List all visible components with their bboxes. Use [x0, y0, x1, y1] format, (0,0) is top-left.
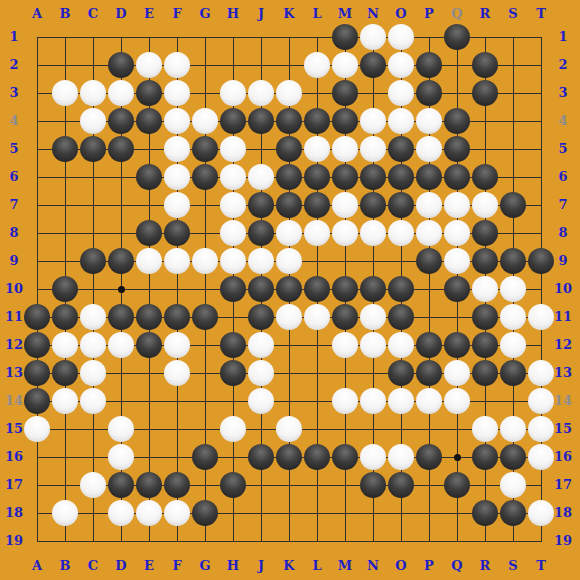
black-stone-L16[interactable] — [304, 444, 330, 470]
white-stone-D18[interactable] — [108, 500, 134, 526]
row-label-left-3: 3 — [3, 85, 25, 101]
black-stone-R8[interactable] — [472, 220, 498, 246]
black-stone-L7[interactable] — [304, 192, 330, 218]
black-stone-O13[interactable] — [388, 360, 414, 386]
row-label-left-5: 5 — [3, 141, 25, 157]
row-label-left-16: 16 — [3, 449, 25, 465]
white-stone-J9[interactable] — [248, 248, 274, 274]
white-stone-F2[interactable] — [164, 52, 190, 78]
white-stone-H6[interactable] — [220, 164, 246, 190]
row-label-right-12: 12 — [552, 337, 574, 353]
black-stone-P13[interactable] — [416, 360, 442, 386]
column-label-bottom-F: F — [166, 558, 188, 574]
black-stone-N6[interactable] — [360, 164, 386, 190]
white-stone-J13[interactable] — [248, 360, 274, 386]
row-label-right-1: 1 — [552, 29, 574, 45]
white-stone-F13[interactable] — [164, 360, 190, 386]
black-stone-J10[interactable] — [248, 276, 274, 302]
white-stone-K15[interactable] — [276, 416, 302, 442]
black-stone-G5[interactable] — [192, 136, 218, 162]
black-stone-Q5[interactable] — [444, 136, 470, 162]
row-label-right-4: 4 — [552, 113, 574, 129]
black-stone-O10[interactable] — [388, 276, 414, 302]
white-stone-T16[interactable] — [528, 444, 554, 470]
black-stone-K4[interactable] — [276, 108, 302, 134]
star-point-D10 — [118, 286, 125, 293]
black-stone-A11[interactable] — [24, 304, 50, 330]
row-label-right-6: 6 — [552, 169, 574, 185]
white-stone-D3[interactable] — [108, 80, 134, 106]
black-stone-D11[interactable] — [108, 304, 134, 330]
column-label-bottom-H: H — [222, 558, 244, 574]
row-label-left-7: 7 — [3, 197, 25, 213]
white-stone-B12[interactable] — [52, 332, 78, 358]
black-stone-R18[interactable] — [472, 500, 498, 526]
black-stone-G16[interactable] — [192, 444, 218, 470]
white-stone-R10[interactable] — [472, 276, 498, 302]
column-label-top-J: J — [250, 6, 272, 22]
black-stone-G18[interactable] — [192, 500, 218, 526]
black-stone-M10[interactable] — [332, 276, 358, 302]
column-label-top-A: A — [26, 6, 48, 22]
white-stone-C3[interactable] — [80, 80, 106, 106]
row-label-left-13: 13 — [3, 365, 25, 381]
white-stone-L8[interactable] — [304, 220, 330, 246]
black-stone-M4[interactable] — [332, 108, 358, 134]
row-label-left-11: 11 — [3, 309, 25, 325]
white-stone-N14[interactable] — [360, 388, 386, 414]
white-stone-B14[interactable] — [52, 388, 78, 414]
white-stone-F7[interactable] — [164, 192, 190, 218]
white-stone-L2[interactable] — [304, 52, 330, 78]
black-stone-J11[interactable] — [248, 304, 274, 330]
black-stone-D2[interactable] — [108, 52, 134, 78]
column-label-top-G: G — [194, 6, 216, 22]
black-stone-K5[interactable] — [276, 136, 302, 162]
black-stone-S18[interactable] — [500, 500, 526, 526]
row-label-left-19: 19 — [3, 533, 25, 549]
black-stone-Q4[interactable] — [444, 108, 470, 134]
black-stone-C9[interactable] — [80, 248, 106, 274]
white-stone-M8[interactable] — [332, 220, 358, 246]
black-stone-O5[interactable] — [388, 136, 414, 162]
black-stone-B13[interactable] — [52, 360, 78, 386]
black-stone-N17[interactable] — [360, 472, 386, 498]
black-stone-L4[interactable] — [304, 108, 330, 134]
black-stone-K7[interactable] — [276, 192, 302, 218]
column-label-top-K: K — [278, 6, 300, 22]
white-stone-L5[interactable] — [304, 136, 330, 162]
black-stone-E11[interactable] — [136, 304, 162, 330]
column-label-bottom-G: G — [194, 558, 216, 574]
black-stone-N10[interactable] — [360, 276, 386, 302]
column-label-top-F: F — [166, 6, 188, 22]
column-label-top-L: L — [306, 6, 328, 22]
black-stone-D17[interactable] — [108, 472, 134, 498]
white-stone-J14[interactable] — [248, 388, 274, 414]
column-label-bottom-A: A — [26, 558, 48, 574]
black-stone-E12[interactable] — [136, 332, 162, 358]
black-stone-E8[interactable] — [136, 220, 162, 246]
row-label-right-9: 9 — [552, 253, 574, 269]
black-stone-T9[interactable] — [528, 248, 554, 274]
row-label-left-2: 2 — [3, 57, 25, 73]
row-label-left-10: 10 — [3, 281, 25, 297]
column-label-top-C: C — [82, 6, 104, 22]
black-stone-E17[interactable] — [136, 472, 162, 498]
white-stone-E9[interactable] — [136, 248, 162, 274]
black-stone-A14[interactable] — [24, 388, 50, 414]
black-stone-R9[interactable] — [472, 248, 498, 274]
white-stone-M7[interactable] — [332, 192, 358, 218]
black-stone-K6[interactable] — [276, 164, 302, 190]
black-stone-N7[interactable] — [360, 192, 386, 218]
black-stone-K10[interactable] — [276, 276, 302, 302]
row-label-left-15: 15 — [3, 421, 25, 437]
column-label-bottom-Q: Q — [446, 558, 468, 574]
white-stone-O3[interactable] — [388, 80, 414, 106]
white-stone-K3[interactable] — [276, 80, 302, 106]
white-stone-L11[interactable] — [304, 304, 330, 330]
black-stone-N2[interactable] — [360, 52, 386, 78]
row-label-left-18: 18 — [3, 505, 25, 521]
column-label-bottom-L: L — [306, 558, 328, 574]
black-stone-M6[interactable] — [332, 164, 358, 190]
white-stone-Q13[interactable] — [444, 360, 470, 386]
column-label-bottom-K: K — [278, 558, 300, 574]
black-stone-R6[interactable] — [472, 164, 498, 190]
column-label-bottom-N: N — [362, 558, 384, 574]
white-stone-N4[interactable] — [360, 108, 386, 134]
white-stone-E2[interactable] — [136, 52, 162, 78]
white-stone-H15[interactable] — [220, 416, 246, 442]
black-stone-L6[interactable] — [304, 164, 330, 190]
black-stone-R12[interactable] — [472, 332, 498, 358]
black-stone-F11[interactable] — [164, 304, 190, 330]
row-label-left-4: 4 — [3, 113, 25, 129]
black-stone-Q17[interactable] — [444, 472, 470, 498]
white-stone-Q8[interactable] — [444, 220, 470, 246]
column-label-bottom-R: R — [474, 558, 496, 574]
column-label-top-Q: Q — [446, 6, 468, 22]
white-stone-S12[interactable] — [500, 332, 526, 358]
white-stone-G9[interactable] — [192, 248, 218, 274]
white-stone-B18[interactable] — [52, 500, 78, 526]
black-stone-S16[interactable] — [500, 444, 526, 470]
white-stone-F4[interactable] — [164, 108, 190, 134]
column-label-bottom-C: C — [82, 558, 104, 574]
white-stone-K9[interactable] — [276, 248, 302, 274]
black-stone-O11[interactable] — [388, 304, 414, 330]
white-stone-N11[interactable] — [360, 304, 386, 330]
white-stone-P14[interactable] — [416, 388, 442, 414]
black-stone-R13[interactable] — [472, 360, 498, 386]
column-label-bottom-B: B — [54, 558, 76, 574]
row-label-right-14: 14 — [552, 393, 574, 409]
white-stone-Q9[interactable] — [444, 248, 470, 274]
column-label-bottom-P: P — [418, 558, 440, 574]
white-stone-R15[interactable] — [472, 416, 498, 442]
row-label-right-16: 16 — [552, 449, 574, 465]
black-stone-P9[interactable] — [416, 248, 442, 274]
white-stone-O14[interactable] — [388, 388, 414, 414]
black-stone-S9[interactable] — [500, 248, 526, 274]
row-label-left-14: 14 — [3, 393, 25, 409]
white-stone-H9[interactable] — [220, 248, 246, 274]
white-stone-M5[interactable] — [332, 136, 358, 162]
column-label-top-M: M — [334, 6, 356, 22]
row-label-left-12: 12 — [3, 337, 25, 353]
column-label-bottom-S: S — [502, 558, 524, 574]
white-stone-C12[interactable] — [80, 332, 106, 358]
row-label-right-2: 2 — [552, 57, 574, 73]
row-label-right-8: 8 — [552, 225, 574, 241]
black-stone-O17[interactable] — [388, 472, 414, 498]
white-stone-G4[interactable] — [192, 108, 218, 134]
white-stone-H7[interactable] — [220, 192, 246, 218]
black-stone-G11[interactable] — [192, 304, 218, 330]
white-stone-T13[interactable] — [528, 360, 554, 386]
black-stone-G6[interactable] — [192, 164, 218, 190]
column-label-top-O: O — [390, 6, 412, 22]
black-stone-O6[interactable] — [388, 164, 414, 190]
white-stone-H3[interactable] — [220, 80, 246, 106]
black-stone-P2[interactable] — [416, 52, 442, 78]
black-stone-K16[interactable] — [276, 444, 302, 470]
black-stone-J16[interactable] — [248, 444, 274, 470]
white-stone-O8[interactable] — [388, 220, 414, 246]
black-stone-J4[interactable] — [248, 108, 274, 134]
black-stone-C5[interactable] — [80, 136, 106, 162]
white-stone-N16[interactable] — [360, 444, 386, 470]
white-stone-H8[interactable] — [220, 220, 246, 246]
white-stone-C13[interactable] — [80, 360, 106, 386]
white-stone-P7[interactable] — [416, 192, 442, 218]
row-label-left-6: 6 — [3, 169, 25, 185]
black-stone-O7[interactable] — [388, 192, 414, 218]
white-stone-R7[interactable] — [472, 192, 498, 218]
white-stone-T18[interactable] — [528, 500, 554, 526]
black-stone-M1[interactable] — [332, 24, 358, 50]
row-label-right-11: 11 — [552, 309, 574, 325]
white-stone-S10[interactable] — [500, 276, 526, 302]
black-stone-H17[interactable] — [220, 472, 246, 498]
white-stone-F3[interactable] — [164, 80, 190, 106]
row-label-right-19: 19 — [552, 533, 574, 549]
row-label-right-10: 10 — [552, 281, 574, 297]
black-stone-D4[interactable] — [108, 108, 134, 134]
white-stone-K8[interactable] — [276, 220, 302, 246]
row-label-left-9: 9 — [3, 253, 25, 269]
column-label-bottom-J: J — [250, 558, 272, 574]
white-stone-F5[interactable] — [164, 136, 190, 162]
black-stone-J8[interactable] — [248, 220, 274, 246]
black-stone-S13[interactable] — [500, 360, 526, 386]
column-label-bottom-D: D — [110, 558, 132, 574]
white-stone-T14[interactable] — [528, 388, 554, 414]
row-label-right-13: 13 — [552, 365, 574, 381]
black-stone-R11[interactable] — [472, 304, 498, 330]
white-stone-F12[interactable] — [164, 332, 190, 358]
white-stone-N12[interactable] — [360, 332, 386, 358]
black-stone-P12[interactable] — [416, 332, 442, 358]
row-label-left-8: 8 — [3, 225, 25, 241]
white-stone-F18[interactable] — [164, 500, 190, 526]
black-stone-H4[interactable] — [220, 108, 246, 134]
white-stone-N5[interactable] — [360, 136, 386, 162]
column-label-top-E: E — [138, 6, 160, 22]
black-stone-E4[interactable] — [136, 108, 162, 134]
black-stone-R2[interactable] — [472, 52, 498, 78]
white-stone-Q14[interactable] — [444, 388, 470, 414]
black-stone-A13[interactable] — [24, 360, 50, 386]
black-stone-P16[interactable] — [416, 444, 442, 470]
white-stone-P4[interactable] — [416, 108, 442, 134]
black-stone-B5[interactable] — [52, 136, 78, 162]
black-stone-M16[interactable] — [332, 444, 358, 470]
white-stone-H5[interactable] — [220, 136, 246, 162]
white-stone-T11[interactable] — [528, 304, 554, 330]
column-label-bottom-E: E — [138, 558, 160, 574]
column-label-top-N: N — [362, 6, 384, 22]
white-stone-M2[interactable] — [332, 52, 358, 78]
white-stone-J3[interactable] — [248, 80, 274, 106]
white-stone-D12[interactable] — [108, 332, 134, 358]
white-stone-N8[interactable] — [360, 220, 386, 246]
column-label-bottom-T: T — [530, 558, 552, 574]
black-stone-Q6[interactable] — [444, 164, 470, 190]
black-stone-E6[interactable] — [136, 164, 162, 190]
white-stone-C14[interactable] — [80, 388, 106, 414]
row-label-right-3: 3 — [552, 85, 574, 101]
white-stone-J6[interactable] — [248, 164, 274, 190]
row-label-left-1: 1 — [3, 29, 25, 45]
row-label-right-17: 17 — [552, 477, 574, 493]
black-stone-R16[interactable] — [472, 444, 498, 470]
white-stone-O16[interactable] — [388, 444, 414, 470]
white-stone-K11[interactable] — [276, 304, 302, 330]
white-stone-N1[interactable] — [360, 24, 386, 50]
black-stone-Q1[interactable] — [444, 24, 470, 50]
white-stone-M12[interactable] — [332, 332, 358, 358]
white-stone-C17[interactable] — [80, 472, 106, 498]
white-stone-P5[interactable] — [416, 136, 442, 162]
black-stone-R3[interactable] — [472, 80, 498, 106]
black-stone-H10[interactable] — [220, 276, 246, 302]
black-stone-B10[interactable] — [52, 276, 78, 302]
column-label-top-B: B — [54, 6, 76, 22]
white-stone-S15[interactable] — [500, 416, 526, 442]
white-stone-F9[interactable] — [164, 248, 190, 274]
row-label-right-7: 7 — [552, 197, 574, 213]
white-stone-Q7[interactable] — [444, 192, 470, 218]
black-stone-F17[interactable] — [164, 472, 190, 498]
white-stone-O1[interactable] — [388, 24, 414, 50]
black-stone-E3[interactable] — [136, 80, 162, 106]
row-label-right-5: 5 — [552, 141, 574, 157]
white-stone-O12[interactable] — [388, 332, 414, 358]
white-stone-P8[interactable] — [416, 220, 442, 246]
row-label-left-17: 17 — [3, 477, 25, 493]
white-stone-M14[interactable] — [332, 388, 358, 414]
black-stone-M3[interactable] — [332, 80, 358, 106]
black-stone-H12[interactable] — [220, 332, 246, 358]
black-stone-D9[interactable] — [108, 248, 134, 274]
white-stone-D16[interactable] — [108, 444, 134, 470]
white-stone-O2[interactable] — [388, 52, 414, 78]
row-label-right-18: 18 — [552, 505, 574, 521]
white-stone-D15[interactable] — [108, 416, 134, 442]
black-stone-Q10[interactable] — [444, 276, 470, 302]
white-stone-C4[interactable] — [80, 108, 106, 134]
column-label-top-R: R — [474, 6, 496, 22]
black-stone-S7[interactable] — [500, 192, 526, 218]
white-stone-A15[interactable] — [24, 416, 50, 442]
white-stone-F6[interactable] — [164, 164, 190, 190]
white-stone-S17[interactable] — [500, 472, 526, 498]
black-stone-D5[interactable] — [108, 136, 134, 162]
go-board[interactable]: ABCDEFGHJKLMNOPQRST ABCDEFGHJKLMNOPQRST … — [0, 0, 580, 580]
white-stone-T15[interactable] — [528, 416, 554, 442]
white-stone-S11[interactable] — [500, 304, 526, 330]
white-stone-O4[interactable] — [388, 108, 414, 134]
star-point-Q16 — [454, 454, 461, 461]
black-stone-B11[interactable] — [52, 304, 78, 330]
black-stone-F8[interactable] — [164, 220, 190, 246]
black-stone-P6[interactable] — [416, 164, 442, 190]
black-stone-P3[interactable] — [416, 80, 442, 106]
black-stone-H13[interactable] — [220, 360, 246, 386]
column-label-top-S: S — [502, 6, 524, 22]
white-stone-B3[interactable] — [52, 80, 78, 106]
column-label-bottom-M: M — [334, 558, 356, 574]
white-stone-E18[interactable] — [136, 500, 162, 526]
black-stone-M11[interactable] — [332, 304, 358, 330]
white-stone-J12[interactable] — [248, 332, 274, 358]
column-label-top-T: T — [530, 6, 552, 22]
row-label-right-15: 15 — [552, 421, 574, 437]
column-label-top-D: D — [110, 6, 132, 22]
black-stone-J7[interactable] — [248, 192, 274, 218]
black-stone-Q12[interactable] — [444, 332, 470, 358]
black-stone-L10[interactable] — [304, 276, 330, 302]
white-stone-C11[interactable] — [80, 304, 106, 330]
column-label-top-P: P — [418, 6, 440, 22]
column-label-bottom-O: O — [390, 558, 412, 574]
black-stone-A12[interactable] — [24, 332, 50, 358]
column-label-top-H: H — [222, 6, 244, 22]
